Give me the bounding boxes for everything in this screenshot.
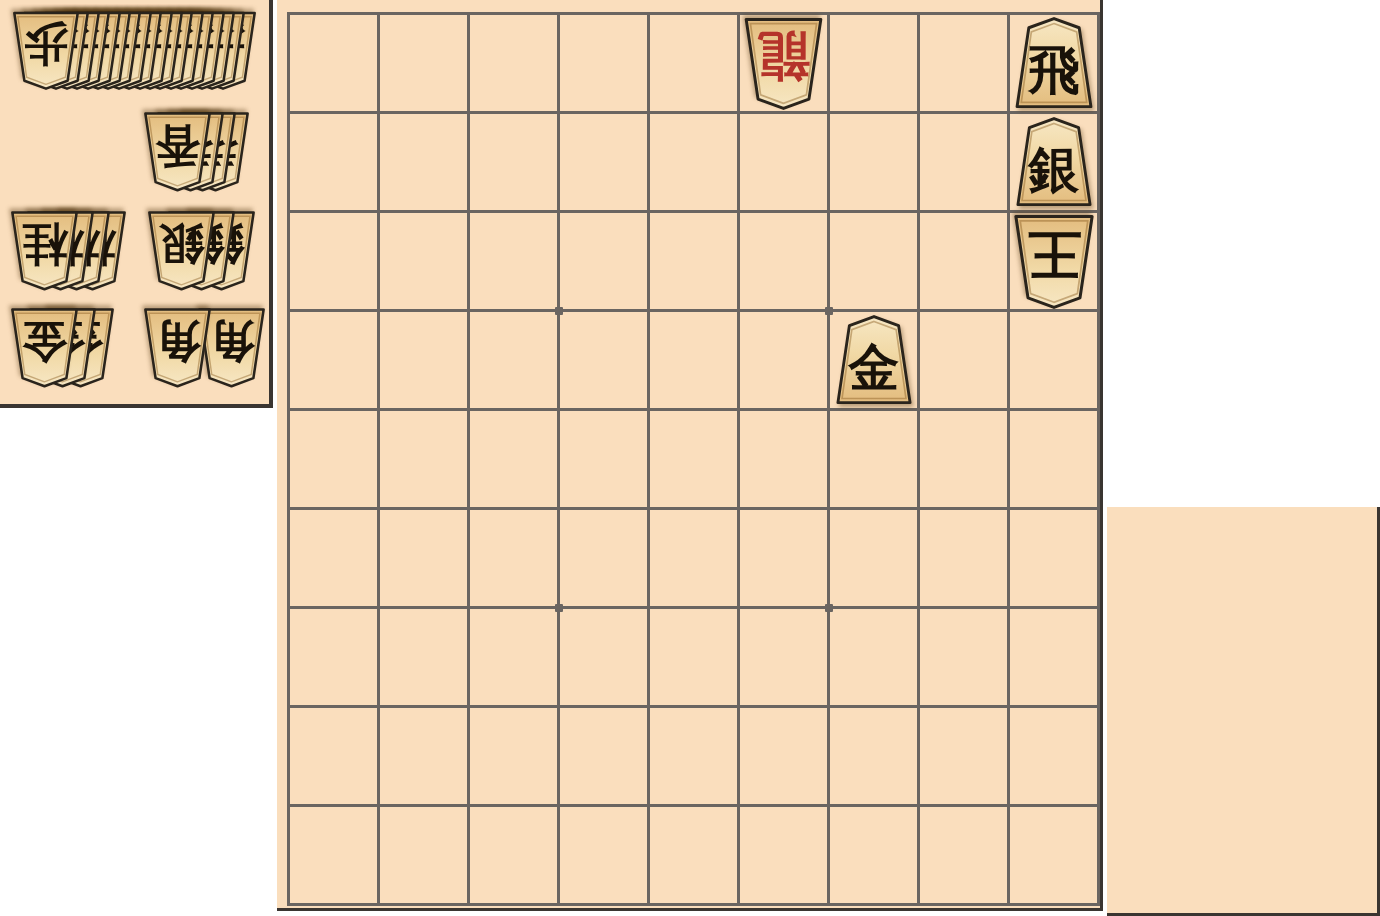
- board-cell[interactable]: [470, 411, 557, 507]
- rook-kanji: 飛: [1026, 39, 1079, 100]
- board-cell[interactable]: [470, 510, 557, 606]
- board-cell[interactable]: [290, 510, 377, 606]
- board-cell[interactable]: [560, 15, 647, 111]
- board-cell[interactable]: [380, 708, 467, 804]
- hand-pawn-kanji: 歩: [24, 18, 70, 71]
- star-point: [555, 604, 563, 612]
- board-cell[interactable]: [470, 609, 557, 705]
- board-cell[interactable]: [740, 510, 827, 606]
- board-cell[interactable]: [920, 114, 1007, 210]
- board-cell[interactable]: [830, 15, 917, 111]
- board-cell[interactable]: [1010, 411, 1097, 507]
- hand-gold-kanji: 金: [22, 315, 68, 368]
- board-cell[interactable]: [1010, 708, 1097, 804]
- star-point: [825, 307, 833, 315]
- board-cell[interactable]: [290, 708, 377, 804]
- board-cell[interactable]: [380, 807, 467, 903]
- board-cell[interactable]: [650, 411, 737, 507]
- gote-hand-silver[interactable]: 銀: [145, 205, 218, 296]
- board-cell[interactable]: [830, 114, 917, 210]
- gote-hand-gold[interactable]: 金: [8, 302, 81, 393]
- board-cell[interactable]: [290, 213, 377, 309]
- board-cell[interactable]: [560, 510, 647, 606]
- board-cell[interactable]: [560, 807, 647, 903]
- board-cell[interactable]: [830, 708, 917, 804]
- board-cell[interactable]: [650, 114, 737, 210]
- board-cell[interactable]: [650, 312, 737, 408]
- board-cell[interactable]: [830, 411, 917, 507]
- board-cell[interactable]: [740, 114, 827, 210]
- board-cell[interactable]: [830, 213, 917, 309]
- board-cell[interactable]: [650, 15, 737, 111]
- board-cell[interactable]: [1010, 609, 1097, 705]
- star-point: [555, 307, 563, 315]
- board-cell[interactable]: [290, 114, 377, 210]
- hand-bishop-kanji: 角: [209, 315, 256, 368]
- board-cell[interactable]: [380, 609, 467, 705]
- board-cell[interactable]: [740, 807, 827, 903]
- board-cell[interactable]: [290, 411, 377, 507]
- gote-hand-knight[interactable]: 桂: [8, 205, 81, 296]
- sente-silver[interactable]: 銀: [1013, 116, 1095, 208]
- board-cell[interactable]: [560, 411, 647, 507]
- board-cell[interactable]: [470, 807, 557, 903]
- board-cell[interactable]: [740, 312, 827, 408]
- gote-hand-bishop[interactable]: 角: [141, 302, 214, 393]
- board-cell[interactable]: [380, 114, 467, 210]
- gote-hand-tray: 歩歩歩歩歩歩歩歩歩歩歩歩歩歩歩歩歩歩香香香香桂桂桂桂銀銀銀金金金角角: [0, 0, 273, 408]
- board-cell[interactable]: [650, 609, 737, 705]
- board-cell[interactable]: [290, 609, 377, 705]
- shogi-board-panel: 龍飛銀王金: [277, 0, 1103, 911]
- silver-kanji: 銀: [1026, 139, 1079, 199]
- board-grid: [287, 12, 1100, 906]
- board-cell[interactable]: [740, 411, 827, 507]
- board-cell[interactable]: [560, 213, 647, 309]
- board-cell[interactable]: [380, 312, 467, 408]
- board-cell[interactable]: [830, 510, 917, 606]
- board-cell[interactable]: [920, 708, 1007, 804]
- board-cell[interactable]: [470, 114, 557, 210]
- board-cell[interactable]: [380, 510, 467, 606]
- board-cell[interactable]: [470, 708, 557, 804]
- gote-promoted-rook[interactable]: 龍: [741, 16, 826, 111]
- board-cell[interactable]: [920, 312, 1007, 408]
- board-cell[interactable]: [830, 609, 917, 705]
- board-cell[interactable]: [1010, 312, 1097, 408]
- gote-hand-pawn[interactable]: 歩: [10, 8, 82, 93]
- board-cell[interactable]: [830, 807, 917, 903]
- sente-gold[interactable]: 金: [833, 314, 915, 406]
- board-cell[interactable]: [470, 312, 557, 408]
- king-kanji: 王: [1027, 223, 1082, 286]
- board-cell[interactable]: [380, 213, 467, 309]
- board-cell[interactable]: [920, 510, 1007, 606]
- hand-lance-kanji: 香: [154, 119, 201, 172]
- board-cell[interactable]: [920, 807, 1007, 903]
- board-cell[interactable]: [560, 609, 647, 705]
- board-cell[interactable]: [740, 213, 827, 309]
- board-cell[interactable]: [740, 708, 827, 804]
- board-cell[interactable]: [650, 708, 737, 804]
- board-cell[interactable]: [920, 609, 1007, 705]
- board-cell[interactable]: [380, 15, 467, 111]
- board-cell[interactable]: [740, 609, 827, 705]
- star-point: [825, 604, 833, 612]
- board-cell[interactable]: [560, 708, 647, 804]
- board-cell[interactable]: [470, 15, 557, 111]
- hand-silver-kanji: 銀: [158, 218, 205, 271]
- board-cell[interactable]: [560, 114, 647, 210]
- board-cell[interactable]: [920, 15, 1007, 111]
- board-cell[interactable]: [470, 213, 557, 309]
- board-cell[interactable]: [380, 411, 467, 507]
- board-cell[interactable]: [1010, 807, 1097, 903]
- board-cell[interactable]: [650, 510, 737, 606]
- board-cell[interactable]: [650, 213, 737, 309]
- sente-hand-tray: [1107, 507, 1380, 916]
- board-cell[interactable]: [650, 807, 737, 903]
- sente-rook[interactable]: 飛: [1012, 16, 1096, 110]
- board-cell[interactable]: [560, 312, 647, 408]
- board-cell[interactable]: [920, 213, 1007, 309]
- board-cell[interactable]: [1010, 510, 1097, 606]
- board-cell[interactable]: [920, 411, 1007, 507]
- hand-bishop-kanji: 角: [155, 315, 202, 368]
- gote-king[interactable]: 王: [1010, 213, 1098, 310]
- hand-knight-kanji: 桂: [22, 218, 69, 271]
- promoted-rook-kanji: 龍: [757, 26, 810, 87]
- gold-kanji: 金: [847, 337, 899, 397]
- board-cell[interactable]: [290, 807, 377, 903]
- board-cell[interactable]: [290, 312, 377, 408]
- board-cell[interactable]: [290, 15, 377, 111]
- gote-hand-lance[interactable]: 香: [141, 106, 214, 197]
